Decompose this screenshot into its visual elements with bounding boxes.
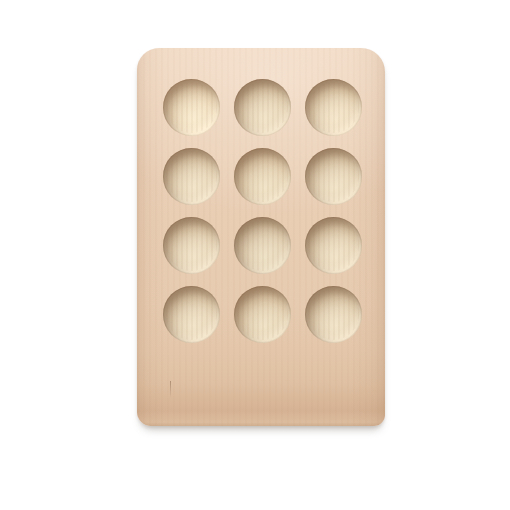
- hole-grain-texture: [237, 82, 288, 133]
- hole-grain-texture: [308, 289, 359, 340]
- hole-grain-texture: [166, 220, 217, 271]
- hole-grain-texture: [308, 82, 359, 133]
- hole-r3-c2[interactable]: [234, 217, 291, 274]
- hole-grain-texture: [166, 151, 217, 202]
- hole-grain-texture: [166, 289, 217, 340]
- hole-r1-c3[interactable]: [305, 79, 362, 136]
- hole-r3-c3[interactable]: [305, 217, 362, 274]
- hole-r2-c2[interactable]: [234, 148, 291, 205]
- hole-grain-texture: [308, 220, 359, 271]
- product-photo-canvas: [0, 0, 510, 510]
- wood-grain-line: [170, 381, 171, 398]
- hole-r2-c1[interactable]: [163, 148, 220, 205]
- wooden-board: [137, 48, 385, 426]
- hole-grain-texture: [308, 151, 359, 202]
- hole-r2-c3[interactable]: [305, 148, 362, 205]
- hole-r4-c3[interactable]: [305, 286, 362, 343]
- hole-grid: [163, 79, 362, 343]
- hole-grain-texture: [237, 289, 288, 340]
- hole-r4-c1[interactable]: [163, 286, 220, 343]
- hole-grain-texture: [237, 151, 288, 202]
- hole-r1-c2[interactable]: [234, 79, 291, 136]
- hole-r4-c2[interactable]: [234, 286, 291, 343]
- hole-r1-c1[interactable]: [163, 79, 220, 136]
- hole-grain-texture: [166, 82, 217, 133]
- hole-grain-texture: [237, 220, 288, 271]
- hole-r3-c1[interactable]: [163, 217, 220, 274]
